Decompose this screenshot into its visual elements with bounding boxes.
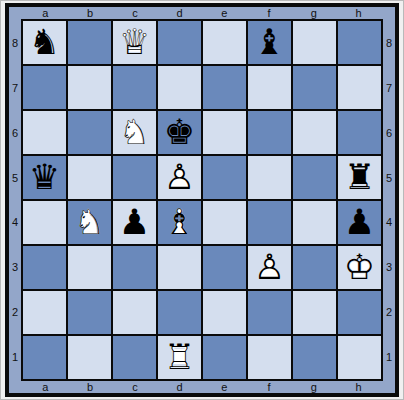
white-knight: ♞♘ [113, 111, 156, 154]
corner-top-right [383, 7, 395, 19]
square-d3[interactable] [158, 246, 201, 289]
square-b5[interactable] [68, 156, 111, 199]
white-rook: ♜♖ [158, 336, 201, 379]
corner-bottom-right [383, 381, 395, 393]
black-rook: ♜ [338, 156, 381, 199]
square-g1[interactable] [293, 336, 336, 379]
black-bishop: ♝ [248, 21, 291, 64]
square-b8[interactable] [68, 21, 111, 64]
white-king: ♚♔ [338, 246, 381, 289]
rank-label-right-8: 8 [386, 37, 392, 49]
white-bishop: ♝♗ [158, 201, 201, 244]
square-e5[interactable] [203, 156, 246, 199]
piece-glyph: ♛ [23, 156, 66, 199]
piece-outline-glyph: ♘ [68, 201, 111, 244]
square-a7[interactable] [23, 66, 66, 109]
file-label-bottom-h: h [336, 381, 381, 393]
white-knight: ♞♘ [68, 201, 111, 244]
file-labels-top: abcdefgh [21, 7, 383, 19]
square-g8[interactable] [293, 21, 336, 64]
piece-outline-glyph: ♖ [158, 336, 201, 379]
square-e7[interactable] [203, 66, 246, 109]
square-a1[interactable] [23, 336, 66, 379]
square-b6[interactable] [68, 111, 111, 154]
square-d8[interactable] [158, 21, 201, 64]
file-label-top-a: a [23, 7, 68, 19]
piece-glyph: ♜ [338, 156, 381, 199]
rank-label-right-6: 6 [386, 127, 392, 139]
square-b2[interactable] [68, 291, 111, 334]
square-e1[interactable] [203, 336, 246, 379]
square-b7[interactable] [68, 66, 111, 109]
square-h1[interactable] [338, 336, 381, 379]
rank-label-left-2: 2 [12, 306, 18, 318]
square-e3[interactable] [203, 246, 246, 289]
square-c8[interactable]: ♛♕ [113, 21, 156, 64]
piece-glyph: ♟ [338, 201, 381, 244]
file-label-bottom-a: a [23, 381, 68, 393]
square-h3[interactable]: ♚♔ [338, 246, 381, 289]
piece-glyph: ♞ [23, 21, 66, 64]
square-e6[interactable] [203, 111, 246, 154]
rank-label-left-4: 4 [12, 216, 18, 228]
square-d4[interactable]: ♝♗ [158, 201, 201, 244]
square-c3[interactable] [113, 246, 156, 289]
file-label-bottom-d: d [157, 381, 202, 393]
rank-label-left-7: 7 [12, 82, 18, 94]
square-a2[interactable] [23, 291, 66, 334]
square-a6[interactable] [23, 111, 66, 154]
square-c2[interactable] [113, 291, 156, 334]
diagram-outer-frame: abcdefgh 87654321 ♞♛♕♝♞♘♚♛♟♙♜♞♘♟♝♗♟♟♙♚♔♜… [0, 0, 404, 400]
square-h6[interactable] [338, 111, 381, 154]
file-label-bottom-b: b [68, 381, 113, 393]
file-label-top-c: c [113, 7, 158, 19]
square-d2[interactable] [158, 291, 201, 334]
square-f4[interactable] [248, 201, 291, 244]
square-f5[interactable] [248, 156, 291, 199]
square-c6[interactable]: ♞♘ [113, 111, 156, 154]
square-a8[interactable]: ♞ [23, 21, 66, 64]
rank-label-right-2: 2 [386, 306, 392, 318]
file-label-bottom-g: g [292, 381, 337, 393]
file-label-top-f: f [247, 7, 292, 19]
piece-glyph: ♚ [158, 111, 201, 154]
square-d5[interactable]: ♟♙ [158, 156, 201, 199]
file-label-bottom-c: c [113, 381, 158, 393]
piece-outline-glyph: ♗ [158, 201, 201, 244]
file-label-bottom-e: e [202, 381, 247, 393]
piece-outline-glyph: ♙ [248, 246, 291, 289]
square-g7[interactable] [293, 66, 336, 109]
rank-label-left-3: 3 [12, 261, 18, 273]
square-e2[interactable] [203, 291, 246, 334]
corner-bottom-left [9, 381, 21, 393]
square-h2[interactable] [338, 291, 381, 334]
black-pawn: ♟ [338, 201, 381, 244]
rank-label-right-7: 7 [386, 82, 392, 94]
rank-labels-right: 87654321 [383, 19, 395, 381]
chess-board: ♞♛♕♝♞♘♚♛♟♙♜♞♘♟♝♗♟♟♙♚♔♜♖ [21, 19, 383, 381]
square-h4[interactable]: ♟ [338, 201, 381, 244]
rank-label-right-1: 1 [386, 351, 392, 363]
rank-labels-left: 87654321 [9, 19, 21, 381]
square-c4[interactable]: ♟ [113, 201, 156, 244]
square-f2[interactable] [248, 291, 291, 334]
file-label-top-g: g [292, 7, 337, 19]
square-h5[interactable]: ♜ [338, 156, 381, 199]
square-a3[interactable] [23, 246, 66, 289]
square-b3[interactable] [68, 246, 111, 289]
file-label-top-d: d [157, 7, 202, 19]
square-g5[interactable] [293, 156, 336, 199]
file-label-top-e: e [202, 7, 247, 19]
square-b4[interactable]: ♞♘ [68, 201, 111, 244]
file-label-top-h: h [336, 7, 381, 19]
square-d6[interactable]: ♚ [158, 111, 201, 154]
square-g3[interactable] [293, 246, 336, 289]
square-a4[interactable] [23, 201, 66, 244]
board-layout: abcdefgh 87654321 ♞♛♕♝♞♘♚♛♟♙♜♞♘♟♝♗♟♟♙♚♔♜… [9, 7, 395, 393]
black-king: ♚ [158, 111, 201, 154]
square-f3[interactable]: ♟♙ [248, 246, 291, 289]
rank-label-left-6: 6 [12, 127, 18, 139]
corner-top-left [9, 7, 21, 19]
square-d7[interactable] [158, 66, 201, 109]
rank-label-left-5: 5 [12, 172, 18, 184]
square-c1[interactable] [113, 336, 156, 379]
white-pawn: ♟♙ [158, 156, 201, 199]
square-d1[interactable]: ♜♖ [158, 336, 201, 379]
white-queen: ♛♕ [113, 21, 156, 64]
file-labels-bottom: abcdefgh [21, 381, 383, 393]
square-h7[interactable] [338, 66, 381, 109]
square-c7[interactable] [113, 66, 156, 109]
square-e4[interactable] [203, 201, 246, 244]
white-pawn: ♟♙ [248, 246, 291, 289]
square-f7[interactable] [248, 66, 291, 109]
square-e8[interactable] [203, 21, 246, 64]
black-pawn: ♟ [113, 201, 156, 244]
square-b1[interactable] [68, 336, 111, 379]
rank-label-left-1: 1 [12, 351, 18, 363]
rank-label-right-5: 5 [386, 172, 392, 184]
square-h8[interactable] [338, 21, 381, 64]
piece-outline-glyph: ♙ [158, 156, 201, 199]
piece-glyph: ♟ [113, 201, 156, 244]
board-frame: abcdefgh 87654321 ♞♛♕♝♞♘♚♛♟♙♜♞♘♟♝♗♟♟♙♚♔♜… [5, 3, 399, 397]
square-g2[interactable] [293, 291, 336, 334]
file-label-bottom-f: f [247, 381, 292, 393]
rank-label-right-3: 3 [386, 261, 392, 273]
square-f6[interactable] [248, 111, 291, 154]
piece-outline-glyph: ♕ [113, 21, 156, 64]
piece-outline-glyph: ♔ [338, 246, 381, 289]
rank-label-left-8: 8 [12, 37, 18, 49]
square-f8[interactable]: ♝ [248, 21, 291, 64]
square-f1[interactable] [248, 336, 291, 379]
piece-glyph: ♝ [248, 21, 291, 64]
black-queen: ♛ [23, 156, 66, 199]
square-c5[interactable] [113, 156, 156, 199]
rank-label-right-4: 4 [386, 216, 392, 228]
square-a5[interactable]: ♛ [23, 156, 66, 199]
square-g4[interactable] [293, 201, 336, 244]
black-knight: ♞ [23, 21, 66, 64]
piece-outline-glyph: ♘ [113, 111, 156, 154]
square-g6[interactable] [293, 111, 336, 154]
file-label-top-b: b [68, 7, 113, 19]
